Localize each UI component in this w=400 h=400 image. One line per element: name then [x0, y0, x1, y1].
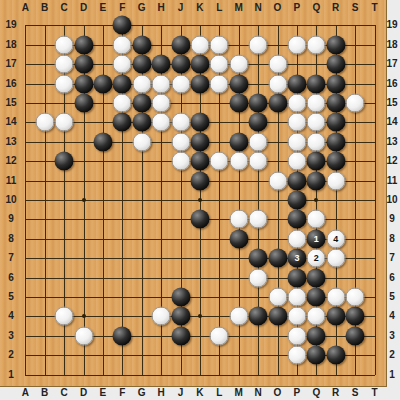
row-label-left: 19 [5, 20, 16, 30]
black-stone[interactable] [190, 171, 209, 190]
white-stone[interactable]: 2 [307, 249, 326, 268]
white-stone[interactable] [268, 171, 287, 190]
black-stone[interactable] [190, 152, 209, 171]
black-stone[interactable] [190, 113, 209, 132]
column-label-top: B [41, 3, 48, 13]
row-label-left: 2 [8, 350, 14, 360]
black-stone[interactable] [171, 326, 190, 345]
white-stone[interactable] [249, 152, 268, 171]
white-stone[interactable] [229, 307, 248, 326]
row-label-right: 9 [389, 214, 395, 224]
white-stone[interactable] [229, 55, 248, 74]
column-label-bottom: M [235, 388, 243, 398]
white-stone[interactable] [268, 287, 287, 306]
black-stone[interactable] [249, 249, 268, 268]
row-label-left: 12 [5, 156, 16, 166]
row-label-right: 13 [386, 137, 397, 147]
black-stone[interactable] [326, 55, 345, 74]
black-stone[interactable] [132, 93, 151, 112]
black-stone[interactable] [113, 326, 132, 345]
row-label-right: 16 [386, 79, 397, 89]
white-stone[interactable] [287, 152, 306, 171]
black-stone[interactable] [307, 74, 326, 93]
row-label-left: 17 [5, 59, 16, 69]
white-stone[interactable] [287, 93, 306, 112]
black-stone[interactable] [326, 74, 345, 93]
black-stone[interactable] [229, 74, 248, 93]
black-stone[interactable] [249, 93, 268, 112]
white-stone[interactable] [171, 152, 190, 171]
white-stone[interactable] [287, 113, 306, 132]
white-stone[interactable] [346, 93, 365, 112]
black-stone[interactable] [326, 152, 345, 171]
column-label-top: C [60, 3, 67, 13]
black-stone[interactable] [190, 74, 209, 93]
column-label-top: K [196, 3, 203, 13]
black-stone[interactable] [152, 55, 171, 74]
row-label-right: 15 [386, 98, 397, 108]
white-stone[interactable] [210, 326, 229, 345]
row-label-right: 17 [386, 59, 397, 69]
black-stone[interactable] [287, 210, 306, 229]
row-label-left: 15 [5, 98, 16, 108]
column-label-bottom: A [22, 388, 29, 398]
row-label-left: 9 [8, 214, 14, 224]
move-number-label: 3 [294, 254, 299, 263]
white-stone[interactable] [307, 132, 326, 151]
row-label-left: 16 [5, 79, 16, 89]
column-label-top: F [119, 3, 125, 13]
column-label-top: N [254, 3, 261, 13]
white-stone[interactable] [307, 210, 326, 229]
black-stone[interactable] [171, 307, 190, 326]
row-label-right: 8 [389, 234, 395, 244]
column-label-top: R [332, 3, 339, 13]
column-label-top: E [100, 3, 107, 13]
row-label-left: 8 [8, 234, 14, 244]
row-label-right: 3 [389, 331, 395, 341]
black-stone[interactable] [132, 35, 151, 54]
row-label-left: 13 [5, 137, 16, 147]
black-stone[interactable] [229, 132, 248, 151]
black-stone[interactable] [326, 132, 345, 151]
white-stone[interactable] [307, 307, 326, 326]
column-label-bottom: J [178, 388, 184, 398]
white-stone[interactable] [210, 74, 229, 93]
column-label-top: S [352, 3, 359, 13]
column-label-bottom: K [196, 388, 203, 398]
column-label-top: P [294, 3, 301, 13]
black-stone[interactable] [74, 93, 93, 112]
white-stone[interactable] [55, 113, 74, 132]
white-stone[interactable] [132, 74, 151, 93]
white-stone[interactable] [326, 171, 345, 190]
row-label-right: 12 [386, 156, 397, 166]
row-label-left: 1 [8, 370, 14, 380]
column-label-bottom: E [100, 388, 107, 398]
move-number-label: 4 [333, 234, 338, 243]
black-stone[interactable]: 3 [287, 249, 306, 268]
black-stone[interactable] [326, 93, 345, 112]
black-stone[interactable] [307, 171, 326, 190]
star-point [198, 198, 202, 202]
white-stone[interactable] [171, 74, 190, 93]
white-stone[interactable] [249, 132, 268, 151]
row-label-right: 1 [389, 370, 395, 380]
black-stone[interactable]: 1 [307, 229, 326, 248]
row-label-right: 2 [389, 350, 395, 360]
column-label-bottom: S [352, 388, 359, 398]
white-stone[interactable]: 4 [326, 229, 345, 248]
black-stone[interactable] [93, 132, 112, 151]
black-stone[interactable] [93, 74, 112, 93]
column-label-bottom: G [138, 388, 146, 398]
column-label-top: D [80, 3, 87, 13]
white-stone[interactable] [287, 287, 306, 306]
white-stone[interactable] [74, 326, 93, 345]
column-label-top: L [216, 3, 222, 13]
white-stone[interactable] [152, 93, 171, 112]
white-stone[interactable] [287, 132, 306, 151]
black-stone[interactable] [113, 16, 132, 35]
black-stone[interactable] [307, 152, 326, 171]
white-stone[interactable] [346, 287, 365, 306]
column-label-bottom: C [60, 388, 67, 398]
column-label-top: J [178, 3, 184, 13]
column-label-bottom: T [371, 388, 377, 398]
column-label-bottom: Q [312, 388, 320, 398]
row-label-left: 5 [8, 292, 14, 302]
black-stone[interactable] [268, 93, 287, 112]
black-stone[interactable] [132, 113, 151, 132]
move-number-label: 1 [314, 234, 319, 243]
row-label-left: 10 [5, 195, 16, 205]
black-stone[interactable] [249, 113, 268, 132]
black-stone[interactable] [326, 35, 345, 54]
white-stone[interactable] [307, 35, 326, 54]
black-stone[interactable] [113, 113, 132, 132]
black-stone[interactable] [287, 171, 306, 190]
grid-line-horizontal [25, 375, 375, 376]
row-label-left: 6 [8, 273, 14, 283]
column-label-bottom: N [254, 388, 261, 398]
row-label-right: 18 [386, 40, 397, 50]
white-stone[interactable] [287, 346, 306, 365]
white-stone[interactable] [268, 55, 287, 74]
white-stone[interactable] [132, 132, 151, 151]
black-stone[interactable] [171, 55, 190, 74]
black-stone[interactable] [307, 287, 326, 306]
white-stone[interactable] [326, 287, 345, 306]
black-stone[interactable] [229, 93, 248, 112]
black-stone[interactable] [229, 229, 248, 248]
white-stone[interactable] [326, 249, 345, 268]
go-board-screenshot: 1342 AABBCCDDEEFFGGHHJJKKLLMMNNOOPPQQRRS… [0, 0, 400, 400]
column-label-bottom: L [216, 388, 222, 398]
column-label-bottom: O [274, 388, 282, 398]
black-stone[interactable] [326, 346, 345, 365]
row-label-left: 7 [8, 253, 14, 263]
black-stone[interactable] [74, 55, 93, 74]
row-label-right: 7 [389, 253, 395, 263]
black-stone[interactable] [287, 190, 306, 209]
white-stone[interactable] [190, 35, 209, 54]
black-stone[interactable] [307, 268, 326, 287]
white-stone[interactable] [249, 268, 268, 287]
row-label-right: 4 [389, 311, 395, 321]
black-stone[interactable] [190, 210, 209, 229]
row-label-right: 5 [389, 292, 395, 302]
white-stone[interactable] [35, 113, 54, 132]
white-stone[interactable] [249, 35, 268, 54]
black-stone[interactable] [307, 346, 326, 365]
white-stone[interactable] [55, 55, 74, 74]
black-stone[interactable] [171, 287, 190, 306]
white-stone[interactable] [287, 307, 306, 326]
white-stone[interactable] [171, 113, 190, 132]
move-number-label: 2 [314, 254, 319, 263]
column-label-bottom: P [294, 388, 301, 398]
black-stone[interactable] [287, 74, 306, 93]
black-stone[interactable] [346, 326, 365, 345]
white-stone[interactable] [55, 35, 74, 54]
white-stone[interactable] [287, 326, 306, 345]
grid-line-vertical [375, 25, 376, 375]
white-stone[interactable] [287, 229, 306, 248]
star-point [82, 314, 86, 318]
row-label-left: 3 [8, 331, 14, 341]
column-label-top: T [371, 3, 377, 13]
row-label-right: 10 [386, 195, 397, 205]
white-stone[interactable] [55, 74, 74, 93]
star-point [198, 314, 202, 318]
white-stone[interactable] [113, 35, 132, 54]
black-stone[interactable] [132, 55, 151, 74]
column-label-bottom: F [119, 388, 125, 398]
row-label-right: 19 [386, 20, 397, 30]
black-stone[interactable] [55, 152, 74, 171]
row-label-left: 4 [8, 311, 14, 321]
white-stone[interactable] [229, 210, 248, 229]
column-label-top: M [235, 3, 243, 13]
black-stone[interactable] [74, 74, 93, 93]
column-label-bottom: H [157, 388, 164, 398]
row-label-left: 14 [5, 117, 16, 127]
star-point [82, 198, 86, 202]
white-stone[interactable] [171, 132, 190, 151]
black-stone[interactable] [171, 35, 190, 54]
white-stone[interactable] [307, 93, 326, 112]
row-label-left: 11 [6, 176, 17, 186]
white-stone[interactable] [152, 74, 171, 93]
column-label-bottom: B [41, 388, 48, 398]
black-stone[interactable] [113, 74, 132, 93]
black-stone[interactable] [307, 326, 326, 345]
column-label-top: H [157, 3, 164, 13]
black-stone[interactable] [190, 55, 209, 74]
row-label-left: 18 [5, 40, 16, 50]
white-stone[interactable] [152, 113, 171, 132]
white-stone[interactable] [287, 35, 306, 54]
white-stone[interactable] [249, 210, 268, 229]
star-point [314, 198, 318, 202]
white-stone[interactable] [113, 93, 132, 112]
black-stone[interactable] [268, 307, 287, 326]
black-stone[interactable] [74, 35, 93, 54]
white-stone[interactable] [268, 74, 287, 93]
black-stone[interactable] [326, 113, 345, 132]
black-stone[interactable] [190, 132, 209, 151]
column-label-top: Q [312, 3, 320, 13]
column-label-top: O [274, 3, 282, 13]
row-label-right: 6 [389, 273, 395, 283]
column-label-bottom: R [332, 388, 339, 398]
white-stone[interactable] [152, 307, 171, 326]
black-stone[interactable] [249, 307, 268, 326]
white-stone[interactable] [210, 55, 229, 74]
column-label-bottom: D [80, 388, 87, 398]
row-label-right: 11 [387, 176, 398, 186]
white-stone[interactable] [229, 152, 248, 171]
white-stone[interactable] [210, 152, 229, 171]
black-stone[interactable] [268, 249, 287, 268]
go-board[interactable]: 1342 [0, 0, 387, 387]
black-stone[interactable] [346, 307, 365, 326]
white-stone[interactable] [55, 307, 74, 326]
black-stone[interactable] [287, 268, 306, 287]
white-stone[interactable] [307, 113, 326, 132]
white-stone[interactable] [210, 35, 229, 54]
row-label-right: 14 [386, 117, 397, 127]
white-stone[interactable] [113, 55, 132, 74]
column-label-top: A [22, 3, 29, 13]
column-label-top: G [138, 3, 146, 13]
black-stone[interactable] [326, 307, 345, 326]
